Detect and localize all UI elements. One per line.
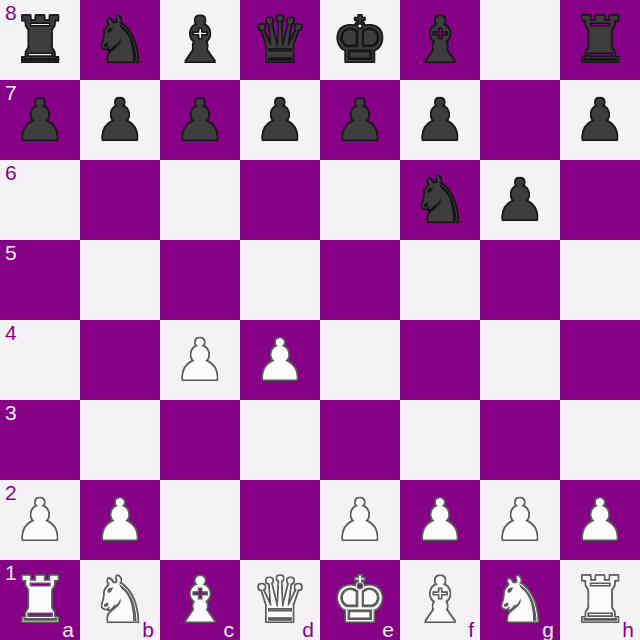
square-c2[interactable] <box>160 480 240 560</box>
square-f2[interactable]: ♟ <box>400 480 480 560</box>
square-b5[interactable] <box>80 240 160 320</box>
square-a1[interactable]: ♜1a <box>0 560 80 640</box>
square-b2[interactable]: ♟ <box>80 480 160 560</box>
file-label-d: d <box>302 618 314 640</box>
rank-label-2: 2 <box>5 480 17 506</box>
square-f5[interactable] <box>400 240 480 320</box>
rank-label-5: 5 <box>5 240 17 266</box>
black-rook[interactable]: ♜ <box>560 0 640 80</box>
square-b4[interactable] <box>80 320 160 400</box>
square-f4[interactable] <box>400 320 480 400</box>
square-h2[interactable]: ♟ <box>560 480 640 560</box>
file-label-g: g <box>542 618 554 640</box>
square-b3[interactable] <box>80 400 160 480</box>
square-e7[interactable]: ♟ <box>320 80 400 160</box>
white-pawn[interactable]: ♟ <box>320 480 400 560</box>
square-e4[interactable] <box>320 320 400 400</box>
square-a6[interactable]: 6 <box>0 160 80 240</box>
square-c8[interactable]: ♝ <box>160 0 240 80</box>
square-d8[interactable]: ♛ <box>240 0 320 80</box>
black-pawn[interactable]: ♟ <box>160 80 240 160</box>
square-h7[interactable]: ♟ <box>560 80 640 160</box>
file-label-a: a <box>62 618 74 640</box>
square-d5[interactable] <box>240 240 320 320</box>
file-label-f: f <box>468 618 474 640</box>
square-d4[interactable]: ♟ <box>240 320 320 400</box>
square-h8[interactable]: ♜ <box>560 0 640 80</box>
square-a8[interactable]: ♜8 <box>0 0 80 80</box>
square-a2[interactable]: ♟2 <box>0 480 80 560</box>
square-h3[interactable] <box>560 400 640 480</box>
black-bishop[interactable]: ♝ <box>400 0 480 80</box>
square-c6[interactable] <box>160 160 240 240</box>
square-b7[interactable]: ♟ <box>80 80 160 160</box>
black-queen[interactable]: ♛ <box>240 0 320 80</box>
square-c4[interactable]: ♟ <box>160 320 240 400</box>
square-f8[interactable]: ♝ <box>400 0 480 80</box>
square-g7[interactable] <box>480 80 560 160</box>
file-label-c: c <box>224 618 235 640</box>
square-g6[interactable]: ♟ <box>480 160 560 240</box>
black-knight[interactable]: ♞ <box>80 0 160 80</box>
square-h1[interactable]: ♜h <box>560 560 640 640</box>
white-pawn[interactable]: ♟ <box>80 480 160 560</box>
file-label-e: e <box>382 618 394 640</box>
rank-label-1: 1 <box>5 560 17 586</box>
black-pawn[interactable]: ♟ <box>320 80 400 160</box>
square-h6[interactable] <box>560 160 640 240</box>
rank-label-4: 4 <box>5 320 17 346</box>
rank-label-7: 7 <box>5 80 17 106</box>
square-d7[interactable]: ♟ <box>240 80 320 160</box>
black-bishop[interactable]: ♝ <box>160 0 240 80</box>
square-e3[interactable] <box>320 400 400 480</box>
square-g3[interactable] <box>480 400 560 480</box>
white-pawn[interactable]: ♟ <box>240 320 320 400</box>
square-d3[interactable] <box>240 400 320 480</box>
square-d2[interactable] <box>240 480 320 560</box>
square-e1[interactable]: ♚e <box>320 560 400 640</box>
square-f1[interactable]: ♝f <box>400 560 480 640</box>
black-pawn[interactable]: ♟ <box>560 80 640 160</box>
square-c5[interactable] <box>160 240 240 320</box>
white-pawn[interactable]: ♟ <box>480 480 560 560</box>
black-king[interactable]: ♚ <box>320 0 400 80</box>
black-pawn[interactable]: ♟ <box>240 80 320 160</box>
square-g2[interactable]: ♟ <box>480 480 560 560</box>
square-e6[interactable] <box>320 160 400 240</box>
file-label-h: h <box>622 618 634 640</box>
black-pawn[interactable]: ♟ <box>400 80 480 160</box>
black-knight[interactable]: ♞ <box>400 160 480 240</box>
square-b8[interactable]: ♞ <box>80 0 160 80</box>
square-a4[interactable]: 4 <box>0 320 80 400</box>
rank-label-3: 3 <box>5 400 17 426</box>
square-b6[interactable] <box>80 160 160 240</box>
square-g8[interactable] <box>480 0 560 80</box>
square-f6[interactable]: ♞ <box>400 160 480 240</box>
square-f3[interactable] <box>400 400 480 480</box>
square-c7[interactable]: ♟ <box>160 80 240 160</box>
square-f7[interactable]: ♟ <box>400 80 480 160</box>
square-a5[interactable]: 5 <box>0 240 80 320</box>
rank-label-6: 6 <box>5 160 17 186</box>
white-pawn[interactable]: ♟ <box>400 480 480 560</box>
file-label-b: b <box>142 618 154 640</box>
square-d6[interactable] <box>240 160 320 240</box>
square-a3[interactable]: 3 <box>0 400 80 480</box>
square-g4[interactable] <box>480 320 560 400</box>
square-h4[interactable] <box>560 320 640 400</box>
black-pawn[interactable]: ♟ <box>480 160 560 240</box>
square-a7[interactable]: ♟7 <box>0 80 80 160</box>
square-g1[interactable]: ♞g <box>480 560 560 640</box>
chess-board: ♜8♞♝♛♚♝♜♟7♟♟♟♟♟♟6♞♟54♟♟3♟2♟♟♟♟♟♜1a♞b♝c♛d… <box>0 0 640 640</box>
square-e5[interactable] <box>320 240 400 320</box>
black-pawn[interactable]: ♟ <box>80 80 160 160</box>
white-pawn[interactable]: ♟ <box>560 480 640 560</box>
square-g5[interactable] <box>480 240 560 320</box>
white-pawn[interactable]: ♟ <box>160 320 240 400</box>
rank-label-8: 8 <box>5 0 17 26</box>
square-c3[interactable] <box>160 400 240 480</box>
square-b1[interactable]: ♞b <box>80 560 160 640</box>
square-c1[interactable]: ♝c <box>160 560 240 640</box>
square-h5[interactable] <box>560 240 640 320</box>
square-e8[interactable]: ♚ <box>320 0 400 80</box>
square-d1[interactable]: ♛d <box>240 560 320 640</box>
square-e2[interactable]: ♟ <box>320 480 400 560</box>
